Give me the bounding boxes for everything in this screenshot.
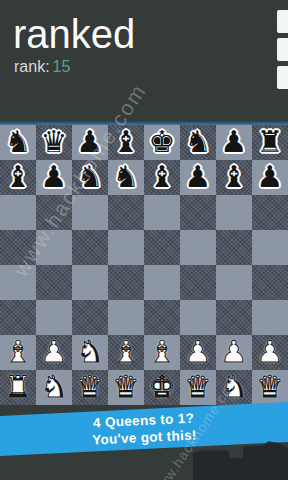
square-b5[interactable]	[36, 230, 72, 265]
square-g5[interactable]	[216, 230, 252, 265]
square-f1[interactable]: ♛	[180, 370, 216, 405]
piece-wq-f1[interactable]: ♛	[185, 372, 212, 402]
square-b3[interactable]	[36, 300, 72, 335]
piece-wp-b2[interactable]: ♟	[41, 337, 68, 367]
rank-row: rank:15	[14, 58, 70, 76]
piece-wn-c2[interactable]: ♞	[77, 337, 104, 367]
piece-wr-a1[interactable]: ♜	[5, 372, 32, 402]
square-f2[interactable]: ♟	[180, 335, 216, 370]
square-d3[interactable]	[108, 300, 144, 335]
square-f5[interactable]	[180, 230, 216, 265]
square-a7[interactable]: ♝	[0, 160, 36, 195]
square-h1[interactable]: ♛	[252, 370, 288, 405]
piece-wp-f2[interactable]: ♟	[185, 337, 212, 367]
piece-bn-d7[interactable]: ♞	[113, 162, 140, 192]
piece-br-h8[interactable]: ♜	[257, 127, 284, 157]
square-a6[interactable]	[0, 195, 36, 230]
square-h5[interactable]	[252, 230, 288, 265]
square-g1[interactable]: ♞	[216, 370, 252, 405]
piece-wq-h1[interactable]: ♛	[257, 372, 284, 402]
square-a8[interactable]: ♞	[0, 125, 36, 160]
piece-bb-a7[interactable]: ♝	[5, 162, 32, 192]
square-e7[interactable]: ♝	[144, 160, 180, 195]
square-c4[interactable]	[72, 265, 108, 300]
square-e4[interactable]	[144, 265, 180, 300]
piece-wb-e2[interactable]: ♝	[149, 337, 176, 367]
square-b6[interactable]	[36, 195, 72, 230]
square-d2[interactable]: ♝	[108, 335, 144, 370]
square-d8[interactable]: ♝	[108, 125, 144, 160]
square-h8[interactable]: ♜	[252, 125, 288, 160]
square-e6[interactable]	[144, 195, 180, 230]
square-g8[interactable]: ♟	[216, 125, 252, 160]
square-e5[interactable]	[144, 230, 180, 265]
square-h3[interactable]	[252, 300, 288, 335]
square-g6[interactable]	[216, 195, 252, 230]
square-a5[interactable]	[0, 230, 36, 265]
square-c2[interactable]: ♞	[72, 335, 108, 370]
square-h6[interactable]	[252, 195, 288, 230]
square-c7[interactable]: ♞	[72, 160, 108, 195]
square-a4[interactable]	[0, 265, 36, 300]
piece-wk-e1[interactable]: ♚	[149, 372, 176, 402]
square-c1[interactable]: ♛	[72, 370, 108, 405]
square-h2[interactable]: ♟	[252, 335, 288, 370]
square-e1[interactable]: ♚	[144, 370, 180, 405]
square-c8[interactable]: ♟	[72, 125, 108, 160]
square-f8[interactable]: ♞	[180, 125, 216, 160]
square-e3[interactable]	[144, 300, 180, 335]
menu-bar	[277, 10, 288, 33]
piece-wq-d1[interactable]: ♛	[113, 372, 140, 402]
menu-bar	[277, 38, 288, 61]
square-d6[interactable]	[108, 195, 144, 230]
square-b2[interactable]: ♟	[36, 335, 72, 370]
square-c6[interactable]	[72, 195, 108, 230]
chess-board: ♞♛♟♝♚♞♟♜♝♟♞♞♝♟♝♟♝♟♞♝♝♟♟♟♜♞♛♛♚♛♞♛	[0, 125, 288, 405]
square-f4[interactable]	[180, 265, 216, 300]
square-d4[interactable]	[108, 265, 144, 300]
piece-bq-b8[interactable]: ♛	[41, 127, 68, 157]
hamburger-menu-icon[interactable]	[277, 10, 288, 89]
square-b8[interactable]: ♛	[36, 125, 72, 160]
menu-bar	[277, 66, 288, 89]
square-b4[interactable]	[36, 265, 72, 300]
square-g7[interactable]: ♝	[216, 160, 252, 195]
piece-bb-d8[interactable]: ♝	[113, 127, 140, 157]
square-c3[interactable]	[72, 300, 108, 335]
square-a2[interactable]: ♝	[0, 335, 36, 370]
square-g4[interactable]	[216, 265, 252, 300]
piece-wp-h2[interactable]: ♟	[257, 337, 284, 367]
square-f7[interactable]: ♟	[180, 160, 216, 195]
piece-bk-e8[interactable]: ♚	[149, 127, 176, 157]
square-a1[interactable]: ♜	[0, 370, 36, 405]
page-title: ranked	[13, 12, 135, 57]
piece-bb-g7[interactable]: ♝	[221, 162, 248, 192]
piece-wn-b1[interactable]: ♞	[41, 372, 68, 402]
square-d1[interactable]: ♛	[108, 370, 144, 405]
square-b7[interactable]: ♟	[36, 160, 72, 195]
piece-bp-g8[interactable]: ♟	[221, 127, 248, 157]
square-b1[interactable]: ♞	[36, 370, 72, 405]
square-e8[interactable]: ♚	[144, 125, 180, 160]
square-f6[interactable]	[180, 195, 216, 230]
piece-wb-a2[interactable]: ♝	[5, 337, 32, 367]
square-d7[interactable]: ♞	[108, 160, 144, 195]
rank-value: 15	[53, 58, 71, 75]
piece-bp-h7[interactable]: ♟	[257, 162, 284, 192]
square-a3[interactable]	[0, 300, 36, 335]
square-g3[interactable]	[216, 300, 252, 335]
app-screen: www.hackhome.com ranked rank:15 ♞♛♟♝♚♞♟♜…	[0, 0, 288, 480]
rank-label: rank:	[14, 58, 50, 75]
piece-wq-c1[interactable]: ♛	[77, 372, 104, 402]
piece-wn-g1[interactable]: ♞	[221, 372, 248, 402]
piece-bp-c8[interactable]: ♟	[77, 127, 104, 157]
piece-bp-f7[interactable]: ♟	[185, 162, 212, 192]
piece-bn-c7[interactable]: ♞	[77, 162, 104, 192]
square-c5[interactable]	[72, 230, 108, 265]
square-f3[interactable]	[180, 300, 216, 335]
piece-bn-a8[interactable]: ♞	[5, 127, 32, 157]
square-h4[interactable]	[252, 265, 288, 300]
square-g2[interactable]: ♟	[216, 335, 252, 370]
piece-bn-f8[interactable]: ♞	[185, 127, 212, 157]
piece-wp-g2[interactable]: ♟	[221, 337, 248, 367]
square-h7[interactable]: ♟	[252, 160, 288, 195]
piece-bb-e7[interactable]: ♝	[149, 162, 176, 192]
square-e2[interactable]: ♝	[144, 335, 180, 370]
piece-wb-d2[interactable]: ♝	[113, 337, 140, 367]
square-d5[interactable]	[108, 230, 144, 265]
piece-bp-b7[interactable]: ♟	[41, 162, 68, 192]
